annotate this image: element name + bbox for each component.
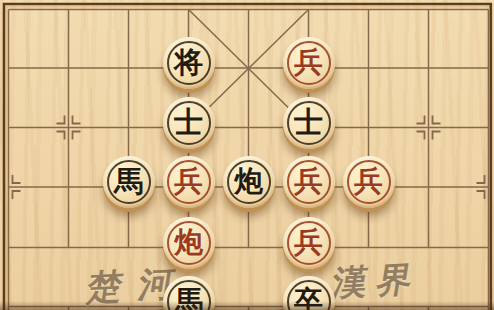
- piece-glyph: 卒: [283, 276, 335, 310]
- piece-black-advisor-f2[interactable]: 士: [283, 97, 335, 149]
- piece-glyph: 馬: [163, 276, 215, 310]
- piece-glyph: 将: [163, 37, 215, 89]
- piece-glyph: 馬: [103, 156, 155, 208]
- piece-glyph: 兵: [283, 156, 335, 208]
- piece-red-soldier-f3[interactable]: 兵: [283, 156, 335, 208]
- piece-black-cannon-e3[interactable]: 炮: [223, 156, 275, 208]
- piece-red-soldier-f4[interactable]: 兵: [283, 217, 335, 269]
- piece-glyph: 兵: [283, 217, 335, 269]
- piece-glyph: 兵: [283, 37, 335, 89]
- piece-red-soldier-f1[interactable]: 兵: [283, 37, 335, 89]
- piece-black-general-d1[interactable]: 将: [163, 37, 215, 89]
- piece-glyph: 士: [283, 97, 335, 149]
- piece-black-horse-c3[interactable]: 馬: [103, 156, 155, 208]
- piece-black-advisor-d2[interactable]: 士: [163, 97, 215, 149]
- piece-red-soldier-g3[interactable]: 兵: [343, 156, 395, 208]
- piece-red-cannon-d4[interactable]: 炮: [163, 217, 215, 269]
- xiangqi-board: 楚河 漢界 将兵士士馬兵炮兵兵炮兵馬卒: [0, 0, 494, 310]
- piece-layer: 将兵士士馬兵炮兵兵炮兵馬卒: [0, 0, 494, 310]
- piece-glyph: 炮: [223, 156, 275, 208]
- piece-glyph: 士: [163, 97, 215, 149]
- piece-black-soldier-f5[interactable]: 卒: [283, 276, 335, 310]
- piece-glyph: 兵: [163, 156, 215, 208]
- piece-black-horse-d5[interactable]: 馬: [163, 276, 215, 310]
- piece-glyph: 炮: [163, 217, 215, 269]
- piece-red-soldier-d3[interactable]: 兵: [163, 156, 215, 208]
- piece-glyph: 兵: [343, 156, 395, 208]
